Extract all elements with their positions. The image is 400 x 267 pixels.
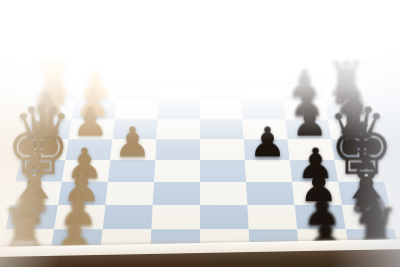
square-e5 — [200, 160, 246, 182]
square-g3 — [103, 205, 153, 229]
square-a3 — [117, 83, 160, 101]
square-f4 — [153, 182, 200, 205]
square-d3: ♟ — [110, 139, 156, 160]
square-a4 — [158, 83, 200, 101]
chess-photo-scene: ♜♟♟♜♞♟♟♞♝♟♟♝♛♟♟♛♚♟♟♚♝♟♟♝♞♟♟♞♜♟♟♜ — [0, 0, 400, 267]
square-c7: ♟ — [285, 119, 331, 139]
square-d6: ♟ — [244, 139, 290, 160]
square-g6 — [247, 205, 297, 229]
square-b5 — [200, 101, 243, 120]
square-c2: ♟ — [69, 119, 115, 139]
white-pawn-d3: ♟ — [114, 121, 151, 162]
square-c5 — [200, 119, 244, 139]
square-b4 — [157, 101, 200, 120]
black-pawn-d6: ♟ — [249, 121, 286, 162]
square-d4 — [155, 139, 200, 160]
black-pawn-c7: ♟ — [292, 101, 328, 141]
square-e6 — [245, 160, 292, 182]
white-pawn-c2: ♟ — [72, 101, 108, 141]
square-e4 — [154, 160, 200, 182]
square-f5 — [200, 182, 247, 205]
square-a6 — [241, 83, 284, 101]
square-g4 — [151, 205, 200, 229]
square-g5 — [200, 205, 249, 229]
square-f6 — [246, 182, 295, 205]
square-e3 — [108, 160, 155, 182]
square-d5 — [200, 139, 245, 160]
square-c4 — [156, 119, 200, 139]
square-a5 — [200, 83, 242, 101]
square-f3 — [105, 182, 154, 205]
chess-board: ♜♟♟♜♞♟♟♞♝♟♟♝♛♟♟♛♚♟♟♚♝♟♟♝♞♟♟♞♜♟♟♜ — [0, 83, 400, 255]
